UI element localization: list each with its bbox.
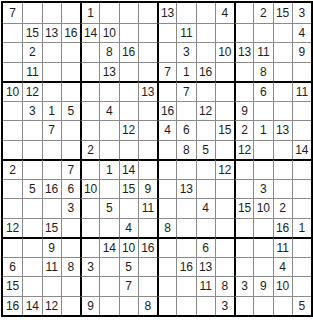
cell-r12c3-given[interactable]: 15: [42, 218, 61, 238]
cell-r15c12-given[interactable]: 8: [215, 276, 234, 296]
cell-r2c5-given[interactable]: 14: [80, 23, 99, 43]
cell-r9c8-empty[interactable]: [138, 159, 157, 179]
cell-r2c12-empty[interactable]: [215, 23, 234, 43]
cell-r9c1-given[interactable]: 2: [3, 159, 22, 179]
cell-r1c6-empty[interactable]: [99, 3, 118, 23]
cell-r13c15-given[interactable]: 11: [273, 237, 292, 257]
cell-r2c1-empty[interactable]: [3, 23, 22, 43]
cell-r10c4-given[interactable]: 6: [61, 179, 80, 199]
cell-r8c7-empty[interactable]: [119, 140, 138, 160]
cell-r5c7-empty[interactable]: [119, 81, 138, 101]
cell-r3c12-given[interactable]: 10: [215, 42, 234, 62]
cell-r2c16-given[interactable]: 4: [292, 23, 311, 43]
cell-r9c11-empty[interactable]: [196, 159, 215, 179]
cell-r12c16-given[interactable]: 1: [292, 218, 311, 238]
cell-r12c11-empty[interactable]: [196, 218, 215, 238]
sudoku-screenshot: 7113421531513161410114281631013119111371…: [0, 0, 312, 320]
sudoku-board-16x16: 7113421531513161410114281631013119111371…: [1, 1, 313, 317]
cell-r7c2-empty[interactable]: [22, 120, 41, 140]
cell-r14c9-empty[interactable]: [157, 257, 176, 277]
cell-r13c11-given[interactable]: 6: [196, 237, 215, 257]
cell-r1c14-given[interactable]: 2: [253, 3, 272, 23]
cell-r3c7-given[interactable]: 16: [119, 42, 138, 62]
cell-r16c15-empty[interactable]: [273, 296, 292, 316]
cell-r2c2-given[interactable]: 15: [22, 23, 41, 43]
cell-r1c13-empty[interactable]: [234, 3, 253, 23]
cell-r2c3-given[interactable]: 13: [42, 23, 61, 43]
cell-r9c4-given[interactable]: 7: [61, 159, 80, 179]
cell-r2c7-empty[interactable]: [119, 23, 138, 43]
cell-r15c2-empty[interactable]: [22, 276, 41, 296]
cell-r2c11-empty[interactable]: [196, 23, 215, 43]
cell-r3c8-empty[interactable]: [138, 42, 157, 62]
cell-r8c15-empty[interactable]: [273, 140, 292, 160]
cell-r3c4-empty[interactable]: [61, 42, 80, 62]
cell-r5c16-given[interactable]: 11: [292, 81, 311, 101]
cell-r16c13-empty[interactable]: [234, 296, 253, 316]
cell-r3c11-empty[interactable]: [196, 42, 215, 62]
cell-r4c9-given[interactable]: 7: [157, 62, 176, 82]
cell-r14c1-given[interactable]: 6: [3, 257, 22, 277]
cell-r13c3-given[interactable]: 9: [42, 237, 61, 257]
cell-r11c1-empty[interactable]: [3, 198, 22, 218]
cell-r1c2-empty[interactable]: [22, 3, 41, 23]
cell-r15c8-empty[interactable]: [138, 276, 157, 296]
cell-r12c15-given[interactable]: 16: [273, 218, 292, 238]
cell-r15c15-given[interactable]: 10: [273, 276, 292, 296]
cell-r5c11-empty[interactable]: [196, 81, 215, 101]
cell-r13c2-empty[interactable]: [22, 237, 41, 257]
cell-r1c15-given[interactable]: 15: [273, 3, 292, 23]
cell-r3c2-given[interactable]: 2: [22, 42, 41, 62]
cell-r13c5-empty[interactable]: [80, 237, 99, 257]
cell-r8c13-given[interactable]: 12: [234, 140, 253, 160]
cell-r10c15-empty[interactable]: [273, 179, 292, 199]
cell-r15c6-empty[interactable]: [99, 276, 118, 296]
cell-r3c5-empty[interactable]: [80, 42, 99, 62]
cell-r9c13-empty[interactable]: [234, 159, 253, 179]
cell-r10c8-given[interactable]: 9: [138, 179, 157, 199]
cell-r4c10-given[interactable]: 1: [176, 62, 195, 82]
cell-r6c10-empty[interactable]: [176, 101, 195, 121]
cell-r3c15-empty[interactable]: [273, 42, 292, 62]
cell-r15c5-empty[interactable]: [80, 276, 99, 296]
cell-r13c9-empty[interactable]: [157, 237, 176, 257]
cell-r10c10-given[interactable]: 13: [176, 179, 195, 199]
cell-r5c2-given[interactable]: 12: [22, 81, 41, 101]
cell-r5c14-given[interactable]: 6: [253, 81, 272, 101]
cell-r5c1-given[interactable]: 10: [3, 81, 22, 101]
cell-r9c5-empty[interactable]: [80, 159, 99, 179]
cell-r7c14-given[interactable]: 1: [253, 120, 272, 140]
cell-r16c11-empty[interactable]: [196, 296, 215, 316]
cell-r16c8-given[interactable]: 8: [138, 296, 157, 316]
cell-r7c16-empty[interactable]: [292, 120, 311, 140]
cell-r6c8-empty[interactable]: [138, 101, 157, 121]
cell-r9c14-empty[interactable]: [253, 159, 272, 179]
cell-r4c5-empty[interactable]: [80, 62, 99, 82]
cell-r14c15-given[interactable]: 4: [273, 257, 292, 277]
cell-r3c10-given[interactable]: 3: [176, 42, 195, 62]
cell-r14c4-given[interactable]: 8: [61, 257, 80, 277]
cell-r8c12-empty[interactable]: [215, 140, 234, 160]
cell-r10c13-empty[interactable]: [234, 179, 253, 199]
cell-r9c2-empty[interactable]: [22, 159, 41, 179]
cell-r8c14-empty[interactable]: [253, 140, 272, 160]
cell-r12c2-empty[interactable]: [22, 218, 41, 238]
cell-r10c7-given[interactable]: 15: [119, 179, 138, 199]
cell-r15c16-empty[interactable]: [292, 276, 311, 296]
cell-r3c13-given[interactable]: 13: [234, 42, 253, 62]
cell-r7c6-empty[interactable]: [99, 120, 118, 140]
cell-r11c8-given[interactable]: 11: [138, 198, 157, 218]
cell-r12c9-given[interactable]: 8: [157, 218, 176, 238]
cell-r14c2-empty[interactable]: [22, 257, 41, 277]
cell-r8c4-empty[interactable]: [61, 140, 80, 160]
cell-r5c8-given[interactable]: 13: [138, 81, 157, 101]
cell-r15c9-empty[interactable]: [157, 276, 176, 296]
cell-r7c4-empty[interactable]: [61, 120, 80, 140]
cell-r11c9-empty[interactable]: [157, 198, 176, 218]
cell-r13c4-empty[interactable]: [61, 237, 80, 257]
cell-r12c10-empty[interactable]: [176, 218, 195, 238]
cell-r9c7-given[interactable]: 14: [119, 159, 138, 179]
cell-r14c8-empty[interactable]: [138, 257, 157, 277]
cell-r5c5-empty[interactable]: [80, 81, 99, 101]
cell-r11c10-empty[interactable]: [176, 198, 195, 218]
cell-r10c11-empty[interactable]: [196, 179, 215, 199]
cell-r9c3-empty[interactable]: [42, 159, 61, 179]
cell-r6c1-empty[interactable]: [3, 101, 22, 121]
cell-r5c3-empty[interactable]: [42, 81, 61, 101]
cell-r7c8-empty[interactable]: [138, 120, 157, 140]
cell-r2c9-empty[interactable]: [157, 23, 176, 43]
cell-r7c5-empty[interactable]: [80, 120, 99, 140]
cell-r3c6-given[interactable]: 8: [99, 42, 118, 62]
cell-r5c12-empty[interactable]: [215, 81, 234, 101]
cell-r11c4-given[interactable]: 3: [61, 198, 80, 218]
cell-r9c15-empty[interactable]: [273, 159, 292, 179]
cell-r13c13-empty[interactable]: [234, 237, 253, 257]
cell-r15c7-given[interactable]: 7: [119, 276, 138, 296]
cell-r12c14-empty[interactable]: [253, 218, 272, 238]
cell-r15c4-empty[interactable]: [61, 276, 80, 296]
cell-r13c8-given[interactable]: 16: [138, 237, 157, 257]
cell-r13c10-empty[interactable]: [176, 237, 195, 257]
cell-r5c13-empty[interactable]: [234, 81, 253, 101]
cell-r5c9-empty[interactable]: [157, 81, 176, 101]
cell-r2c14-empty[interactable]: [253, 23, 272, 43]
cell-r1c12-given[interactable]: 4: [215, 3, 234, 23]
cell-r4c16-empty[interactable]: [292, 62, 311, 82]
cell-r13c14-empty[interactable]: [253, 237, 272, 257]
cell-r13c6-given[interactable]: 14: [99, 237, 118, 257]
cell-r12c6-empty[interactable]: [99, 218, 118, 238]
cell-r1c4-empty[interactable]: [61, 3, 80, 23]
cell-r12c12-empty[interactable]: [215, 218, 234, 238]
cell-r13c1-empty[interactable]: [3, 237, 22, 257]
cell-r3c1-empty[interactable]: [3, 42, 22, 62]
cell-r2c13-empty[interactable]: [234, 23, 253, 43]
cell-r11c13-given[interactable]: 15: [234, 198, 253, 218]
cell-r16c6-empty[interactable]: [99, 296, 118, 316]
cell-r12c7-given[interactable]: 4: [119, 218, 138, 238]
cell-r11c11-given[interactable]: 4: [196, 198, 215, 218]
cell-r11c15-given[interactable]: 2: [273, 198, 292, 218]
cell-r4c7-empty[interactable]: [119, 62, 138, 82]
cell-r1c7-empty[interactable]: [119, 3, 138, 23]
cell-r11c12-empty[interactable]: [215, 198, 234, 218]
cell-r15c1-given[interactable]: 15: [3, 276, 22, 296]
cell-r5c15-empty[interactable]: [273, 81, 292, 101]
cell-r2c4-given[interactable]: 16: [61, 23, 80, 43]
cell-r1c8-empty[interactable]: [138, 3, 157, 23]
cell-r16c5-given[interactable]: 9: [80, 296, 99, 316]
cell-r10c6-empty[interactable]: [99, 179, 118, 199]
cell-r16c1-given[interactable]: 16: [3, 296, 22, 316]
cell-r4c1-empty[interactable]: [3, 62, 22, 82]
cell-r2c6-given[interactable]: 10: [99, 23, 118, 43]
cell-r14c12-empty[interactable]: [215, 257, 234, 277]
cell-r8c5-given[interactable]: 2: [80, 140, 99, 160]
cell-r12c5-empty[interactable]: [80, 218, 99, 238]
cell-r7c7-given[interactable]: 12: [119, 120, 138, 140]
cell-r16c12-given[interactable]: 3: [215, 296, 234, 316]
cell-r1c3-empty[interactable]: [42, 3, 61, 23]
cell-r2c8-empty[interactable]: [138, 23, 157, 43]
cell-r2c15-empty[interactable]: [273, 23, 292, 43]
cell-r10c14-given[interactable]: 3: [253, 179, 272, 199]
cell-r6c15-empty[interactable]: [273, 101, 292, 121]
cell-r6c11-given[interactable]: 12: [196, 101, 215, 121]
cell-r14c7-given[interactable]: 5: [119, 257, 138, 277]
cell-r5c4-empty[interactable]: [61, 81, 80, 101]
cell-r16c3-given[interactable]: 12: [42, 296, 61, 316]
cell-r15c13-given[interactable]: 3: [234, 276, 253, 296]
cell-r8c11-given[interactable]: 5: [196, 140, 215, 160]
cell-r6c12-empty[interactable]: [215, 101, 234, 121]
cell-r7c13-given[interactable]: 2: [234, 120, 253, 140]
cell-r10c16-empty[interactable]: [292, 179, 311, 199]
cell-r16c14-empty[interactable]: [253, 296, 272, 316]
cell-r9c9-empty[interactable]: [157, 159, 176, 179]
cell-r11c14-given[interactable]: 10: [253, 198, 272, 218]
cell-r16c10-empty[interactable]: [176, 296, 195, 316]
cell-r6c13-given[interactable]: 9: [234, 101, 253, 121]
cell-r8c16-given[interactable]: 14: [292, 140, 311, 160]
cell-r11c3-empty[interactable]: [42, 198, 61, 218]
cell-r6c5-empty[interactable]: [80, 101, 99, 121]
cell-r6c3-given[interactable]: 1: [42, 101, 61, 121]
cell-r9c12-given[interactable]: 12: [215, 159, 234, 179]
cell-r7c9-given[interactable]: 4: [157, 120, 176, 140]
cell-r10c1-empty[interactable]: [3, 179, 22, 199]
cell-r14c10-given[interactable]: 16: [176, 257, 195, 277]
cell-r1c10-empty[interactable]: [176, 3, 195, 23]
cell-r5c10-given[interactable]: 7: [176, 81, 195, 101]
cell-r16c2-given[interactable]: 14: [22, 296, 41, 316]
cell-r11c5-empty[interactable]: [80, 198, 99, 218]
cell-r10c9-empty[interactable]: [157, 179, 176, 199]
cell-r3c14-given[interactable]: 11: [253, 42, 272, 62]
cell-r6c14-empty[interactable]: [253, 101, 272, 121]
cell-r8c1-empty[interactable]: [3, 140, 22, 160]
cell-r6c9-given[interactable]: 16: [157, 101, 176, 121]
cell-r7c11-empty[interactable]: [196, 120, 215, 140]
cell-r5c6-empty[interactable]: [99, 81, 118, 101]
cell-r13c16-empty[interactable]: [292, 237, 311, 257]
cell-r14c14-empty[interactable]: [253, 257, 272, 277]
cell-r15c10-empty[interactable]: [176, 276, 195, 296]
cell-r10c12-empty[interactable]: [215, 179, 234, 199]
cell-r11c6-given[interactable]: 5: [99, 198, 118, 218]
cell-r4c15-empty[interactable]: [273, 62, 292, 82]
cell-r1c16-given[interactable]: 3: [292, 3, 311, 23]
cell-r14c5-given[interactable]: 3: [80, 257, 99, 277]
cell-r4c11-given[interactable]: 16: [196, 62, 215, 82]
cell-r2c10-given[interactable]: 11: [176, 23, 195, 43]
cell-r1c1-given[interactable]: 7: [3, 3, 22, 23]
cell-r8c10-given[interactable]: 8: [176, 140, 195, 160]
cell-r15c11-given[interactable]: 11: [196, 276, 215, 296]
cell-r10c2-given[interactable]: 5: [22, 179, 41, 199]
cell-r3c9-empty[interactable]: [157, 42, 176, 62]
cell-r1c9-given[interactable]: 13: [157, 3, 176, 23]
cell-r6c7-empty[interactable]: [119, 101, 138, 121]
cell-r16c16-given[interactable]: 5: [292, 296, 311, 316]
cell-r11c16-empty[interactable]: [292, 198, 311, 218]
cell-r7c3-given[interactable]: 7: [42, 120, 61, 140]
cell-r14c6-empty[interactable]: [99, 257, 118, 277]
cell-r11c2-empty[interactable]: [22, 198, 41, 218]
cell-r1c5-given[interactable]: 1: [80, 3, 99, 23]
cell-r6c16-empty[interactable]: [292, 101, 311, 121]
cell-r7c15-given[interactable]: 13: [273, 120, 292, 140]
cell-r6c2-given[interactable]: 3: [22, 101, 41, 121]
cell-r12c1-given[interactable]: 12: [3, 218, 22, 238]
cell-r11c7-empty[interactable]: [119, 198, 138, 218]
cell-r15c3-empty[interactable]: [42, 276, 61, 296]
cell-r16c9-empty[interactable]: [157, 296, 176, 316]
cell-r8c2-empty[interactable]: [22, 140, 41, 160]
cell-r10c5-given[interactable]: 10: [80, 179, 99, 199]
cell-r9c6-given[interactable]: 1: [99, 159, 118, 179]
cell-r8c3-empty[interactable]: [42, 140, 61, 160]
cell-r7c10-given[interactable]: 6: [176, 120, 195, 140]
cell-r15c14-given[interactable]: 9: [253, 276, 272, 296]
cell-r3c16-given[interactable]: 9: [292, 42, 311, 62]
cell-r7c1-empty[interactable]: [3, 120, 22, 140]
cell-r6c4-given[interactable]: 5: [61, 101, 80, 121]
cell-r12c8-empty[interactable]: [138, 218, 157, 238]
cell-r14c3-given[interactable]: 11: [42, 257, 61, 277]
cell-r7c12-given[interactable]: 15: [215, 120, 234, 140]
cell-r4c14-given[interactable]: 8: [253, 62, 272, 82]
cell-r13c7-given[interactable]: 10: [119, 237, 138, 257]
cell-r6c6-given[interactable]: 4: [99, 101, 118, 121]
cell-r10c3-given[interactable]: 16: [42, 179, 61, 199]
cell-r14c11-given[interactable]: 13: [196, 257, 215, 277]
cell-r16c4-empty[interactable]: [61, 296, 80, 316]
cell-r4c12-empty[interactable]: [215, 62, 234, 82]
cell-r12c4-empty[interactable]: [61, 218, 80, 238]
cell-r4c13-empty[interactable]: [234, 62, 253, 82]
cell-r9c10-empty[interactable]: [176, 159, 195, 179]
cell-r12c13-empty[interactable]: [234, 218, 253, 238]
cell-r4c8-empty[interactable]: [138, 62, 157, 82]
cell-r4c6-given[interactable]: 13: [99, 62, 118, 82]
cell-r1c11-empty[interactable]: [196, 3, 215, 23]
cell-r4c3-empty[interactable]: [42, 62, 61, 82]
cell-r3c3-empty[interactable]: [42, 42, 61, 62]
cell-r4c2-given[interactable]: 11: [22, 62, 41, 82]
cell-r16c7-empty[interactable]: [119, 296, 138, 316]
cell-r9c16-empty[interactable]: [292, 159, 311, 179]
cell-r4c4-empty[interactable]: [61, 62, 80, 82]
cell-r13c12-empty[interactable]: [215, 237, 234, 257]
cell-r14c13-empty[interactable]: [234, 257, 253, 277]
cell-r14c16-empty[interactable]: [292, 257, 311, 277]
cell-r8c9-empty[interactable]: [157, 140, 176, 160]
cell-r8c6-empty[interactable]: [99, 140, 118, 160]
cell-r8c8-empty[interactable]: [138, 140, 157, 160]
